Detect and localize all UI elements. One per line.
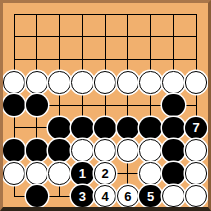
stone-white <box>48 162 71 185</box>
stone-white-move-2: 2 <box>94 162 117 185</box>
stone-black <box>139 117 162 140</box>
stone-black <box>71 117 94 140</box>
stone-white <box>26 71 49 94</box>
stone-black <box>117 117 140 140</box>
stone-black <box>3 139 26 162</box>
stone-white <box>162 71 185 94</box>
stone-white <box>26 162 49 185</box>
stone-white <box>94 139 117 162</box>
stone-black <box>26 185 49 208</box>
stone-black-move-5: 5 <box>139 185 162 208</box>
stone-white <box>185 185 208 208</box>
stone-white <box>3 71 26 94</box>
stone-white-move-6: 6 <box>117 185 140 208</box>
stone-white-move-4: 4 <box>94 185 117 208</box>
stone-black <box>162 162 185 185</box>
stone-white <box>185 139 208 162</box>
stone-white <box>48 71 71 94</box>
stone-black <box>162 139 185 162</box>
stone-black <box>94 117 117 140</box>
stone-white <box>139 162 162 185</box>
stone-black <box>162 117 185 140</box>
go-board: 7123465 <box>0 0 211 211</box>
stone-black <box>48 139 71 162</box>
grid-vertical-line <box>127 14 128 197</box>
stone-white <box>162 185 185 208</box>
stone-white <box>94 71 117 94</box>
stone-white <box>117 139 140 162</box>
stone-white <box>185 71 208 94</box>
stone-black <box>26 139 49 162</box>
stone-white <box>139 71 162 94</box>
stone-white <box>71 139 94 162</box>
stone-black <box>26 94 49 117</box>
stone-black <box>162 94 185 117</box>
stone-white <box>71 71 94 94</box>
stone-black <box>3 94 26 117</box>
stone-white <box>3 162 26 185</box>
stone-white <box>139 139 162 162</box>
stone-white <box>185 162 208 185</box>
stone-black <box>48 117 71 140</box>
stone-black-move-7: 7 <box>185 117 208 140</box>
stone-black-move-3: 3 <box>71 185 94 208</box>
stone-black-move-1: 1 <box>71 162 94 185</box>
stone-white <box>117 71 140 94</box>
